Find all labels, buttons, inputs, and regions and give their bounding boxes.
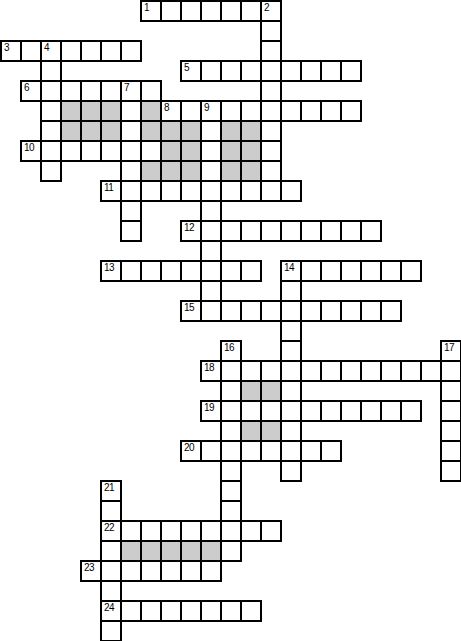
answer-cell[interactable]	[240, 360, 262, 382]
answer-cell[interactable]	[260, 120, 282, 142]
answer-cell[interactable]	[180, 0, 202, 22]
answer-cell[interactable]	[260, 20, 282, 42]
answer-cell[interactable]	[440, 440, 461, 462]
answer-cell[interactable]	[100, 520, 122, 542]
shaded-cell	[120, 540, 142, 562]
shaded-cell	[200, 540, 222, 562]
answer-cell[interactable]	[280, 360, 302, 382]
answer-cell[interactable]	[120, 80, 142, 102]
answer-cell[interactable]	[160, 180, 182, 202]
answer-cell[interactable]	[280, 440, 302, 462]
answer-cell[interactable]	[100, 620, 122, 641]
answer-cell[interactable]	[340, 100, 362, 122]
answer-cell[interactable]	[200, 160, 222, 182]
answer-cell[interactable]	[200, 260, 222, 282]
answer-cell[interactable]	[260, 140, 282, 162]
answer-cell[interactable]	[240, 0, 262, 22]
answer-cell[interactable]	[60, 40, 82, 62]
shaded-cell	[260, 420, 282, 442]
shaded-cell	[160, 140, 182, 162]
answer-cell[interactable]	[120, 180, 142, 202]
answer-cell[interactable]	[400, 360, 422, 382]
answer-cell[interactable]	[380, 300, 402, 322]
answer-cell[interactable]	[120, 120, 142, 142]
answer-cell[interactable]	[320, 220, 342, 242]
answer-cell[interactable]	[280, 220, 302, 242]
shaded-cell	[60, 120, 82, 142]
answer-cell[interactable]	[300, 260, 322, 282]
shaded-cell	[140, 160, 162, 182]
answer-cell[interactable]	[360, 360, 382, 382]
answer-cell[interactable]	[200, 300, 222, 322]
answer-cell[interactable]	[240, 400, 262, 422]
answer-cell[interactable]	[160, 260, 182, 282]
answer-cell[interactable]	[300, 440, 322, 462]
shaded-cell	[240, 380, 262, 402]
answer-cell[interactable]	[160, 560, 182, 582]
answer-cell[interactable]	[240, 440, 262, 462]
shaded-cell	[160, 160, 182, 182]
answer-cell[interactable]	[340, 400, 362, 422]
answer-cell[interactable]	[280, 400, 302, 422]
shaded-cell	[140, 100, 162, 122]
answer-cell[interactable]	[200, 280, 222, 302]
answer-cell[interactable]	[180, 220, 202, 242]
answer-cell[interactable]	[320, 360, 342, 382]
answer-cell[interactable]	[300, 100, 322, 122]
answer-cell[interactable]	[320, 400, 342, 422]
answer-cell[interactable]	[200, 100, 222, 122]
answer-cell[interactable]	[200, 360, 222, 382]
answer-cell[interactable]	[200, 120, 222, 142]
shaded-cell	[240, 420, 262, 442]
answer-cell[interactable]	[220, 380, 242, 402]
answer-cell[interactable]	[120, 520, 142, 542]
answer-cell[interactable]	[200, 0, 222, 22]
shaded-cell	[240, 140, 262, 162]
answer-cell[interactable]	[140, 520, 162, 542]
shaded-cell	[240, 120, 262, 142]
answer-cell[interactable]	[300, 60, 322, 82]
answer-cell[interactable]	[220, 0, 242, 22]
answer-cell[interactable]	[260, 400, 282, 422]
answer-cell[interactable]	[340, 220, 362, 242]
shaded-cell	[100, 100, 122, 122]
answer-cell[interactable]	[180, 600, 202, 622]
answer-cell[interactable]	[160, 600, 182, 622]
answer-cell[interactable]	[140, 560, 162, 582]
answer-cell[interactable]	[360, 300, 382, 322]
shaded-cell	[220, 140, 242, 162]
shaded-cell	[180, 160, 202, 182]
answer-cell[interactable]	[40, 80, 62, 102]
answer-cell[interactable]	[200, 240, 222, 262]
answer-cell[interactable]	[120, 220, 142, 242]
answer-cell[interactable]	[320, 100, 342, 122]
answer-cell[interactable]	[220, 540, 242, 562]
answer-cell[interactable]	[280, 320, 302, 342]
answer-cell[interactable]	[220, 480, 242, 502]
answer-cell[interactable]	[200, 220, 222, 242]
answer-cell[interactable]	[440, 420, 461, 442]
answer-cell[interactable]	[220, 600, 242, 622]
answer-cell[interactable]	[140, 140, 162, 162]
answer-cell[interactable]	[220, 60, 242, 82]
answer-cell[interactable]	[240, 60, 262, 82]
answer-cell[interactable]	[280, 280, 302, 302]
answer-cell[interactable]	[100, 180, 122, 202]
answer-cell[interactable]	[240, 600, 262, 622]
answer-cell[interactable]	[440, 340, 461, 362]
answer-cell[interactable]	[180, 180, 202, 202]
shaded-cell	[160, 120, 182, 142]
answer-cell[interactable]	[260, 360, 282, 382]
answer-cell[interactable]	[120, 40, 142, 62]
answer-cell[interactable]	[0, 40, 22, 62]
answer-cell[interactable]	[80, 560, 102, 582]
answer-cell[interactable]	[20, 40, 42, 62]
answer-cell[interactable]	[120, 560, 142, 582]
answer-cell[interactable]	[120, 160, 142, 182]
answer-cell[interactable]	[60, 80, 82, 102]
answer-cell[interactable]	[100, 40, 122, 62]
answer-cell[interactable]	[360, 400, 382, 422]
answer-cell[interactable]	[180, 440, 202, 462]
shaded-cell	[220, 120, 242, 142]
answer-cell[interactable]	[200, 60, 222, 82]
answer-cell[interactable]	[220, 100, 242, 122]
answer-cell[interactable]	[220, 520, 242, 542]
shaded-cell	[140, 120, 162, 142]
answer-cell[interactable]	[120, 140, 142, 162]
answer-cell[interactable]	[280, 100, 302, 122]
answer-cell[interactable]	[200, 520, 222, 542]
shaded-cell	[60, 100, 82, 122]
answer-cell[interactable]	[380, 260, 402, 282]
answer-cell[interactable]	[440, 400, 461, 422]
answer-cell[interactable]	[220, 360, 242, 382]
shaded-cell	[80, 120, 102, 142]
answer-cell[interactable]	[80, 80, 102, 102]
answer-cell[interactable]	[280, 300, 302, 322]
answer-cell[interactable]	[240, 300, 262, 322]
answer-cell[interactable]	[200, 600, 222, 622]
answer-cell[interactable]	[360, 220, 382, 242]
answer-cell[interactable]	[280, 340, 302, 362]
answer-cell[interactable]	[380, 400, 402, 422]
answer-cell[interactable]	[260, 520, 282, 542]
answer-cell[interactable]	[140, 600, 162, 622]
answer-cell[interactable]	[160, 0, 182, 22]
answer-cell[interactable]	[280, 420, 302, 442]
answer-cell[interactable]	[220, 500, 242, 522]
answer-cell[interactable]	[260, 100, 282, 122]
answer-cell[interactable]	[100, 580, 122, 602]
shaded-cell	[240, 160, 262, 182]
shaded-cell	[260, 380, 282, 402]
answer-cell[interactable]	[420, 360, 442, 382]
answer-cell[interactable]	[80, 40, 102, 62]
answer-cell[interactable]	[120, 260, 142, 282]
answer-cell[interactable]	[320, 260, 342, 282]
answer-cell[interactable]	[280, 180, 302, 202]
answer-cell[interactable]	[200, 440, 222, 462]
answer-cell[interactable]	[280, 260, 302, 282]
answer-cell[interactable]	[400, 400, 422, 422]
answer-cell[interactable]	[240, 260, 262, 282]
answer-cell[interactable]	[40, 40, 62, 62]
answer-cell[interactable]	[440, 360, 461, 382]
answer-cell[interactable]	[160, 520, 182, 542]
answer-cell[interactable]	[220, 440, 242, 462]
shaded-cell	[80, 100, 102, 122]
answer-cell[interactable]	[340, 360, 362, 382]
answer-cell[interactable]	[260, 440, 282, 462]
answer-cell[interactable]	[140, 260, 162, 282]
answer-cell[interactable]	[260, 60, 282, 82]
answer-cell[interactable]	[60, 140, 82, 162]
answer-cell[interactable]	[260, 220, 282, 242]
answer-cell[interactable]	[100, 600, 122, 622]
shaded-cell	[140, 540, 162, 562]
answer-cell[interactable]	[120, 100, 142, 122]
answer-cell[interactable]	[260, 80, 282, 102]
answer-cell[interactable]	[200, 180, 222, 202]
answer-cell[interactable]	[100, 540, 122, 562]
answer-cell[interactable]	[180, 60, 202, 82]
answer-cell[interactable]	[80, 140, 102, 162]
answer-cell[interactable]	[240, 100, 262, 122]
answer-cell[interactable]	[320, 440, 342, 462]
answer-cell[interactable]	[300, 400, 322, 422]
answer-cell[interactable]	[260, 300, 282, 322]
answer-cell[interactable]	[240, 220, 262, 242]
answer-cell[interactable]	[360, 260, 382, 282]
answer-cell[interactable]	[340, 300, 362, 322]
answer-cell[interactable]	[300, 300, 322, 322]
answer-cell[interactable]	[320, 60, 342, 82]
answer-cell[interactable]	[100, 140, 122, 162]
answer-cell[interactable]	[280, 380, 302, 402]
answer-cell[interactable]	[220, 420, 242, 442]
answer-cell[interactable]	[220, 460, 242, 482]
answer-cell[interactable]	[240, 520, 262, 542]
shaded-cell	[180, 140, 202, 162]
answer-cell[interactable]	[200, 200, 222, 222]
answer-cell[interactable]	[220, 220, 242, 242]
answer-cell[interactable]	[140, 80, 162, 102]
answer-cell[interactable]	[280, 60, 302, 82]
answer-cell[interactable]	[180, 520, 202, 542]
answer-cell[interactable]	[340, 260, 362, 282]
answer-cell[interactable]	[260, 180, 282, 202]
answer-cell[interactable]	[180, 260, 202, 282]
answer-cell[interactable]	[280, 460, 302, 482]
answer-cell[interactable]	[380, 360, 402, 382]
answer-cell[interactable]	[180, 560, 202, 582]
answer-cell[interactable]	[440, 380, 461, 402]
answer-cell[interactable]	[260, 0, 282, 22]
answer-cell[interactable]	[300, 360, 322, 382]
crossword-page: 123456789101112131415161718192021222324	[0, 0, 461, 641]
answer-cell[interactable]	[100, 260, 122, 282]
answer-cell[interactable]	[300, 220, 322, 242]
shaded-cell	[100, 120, 122, 142]
shaded-cell	[180, 540, 202, 562]
answer-cell[interactable]	[20, 80, 42, 102]
answer-cell[interactable]	[200, 560, 222, 582]
answer-cell[interactable]	[40, 160, 62, 182]
crossword-board: 123456789101112131415161718192021222324	[0, 0, 461, 641]
answer-cell[interactable]	[260, 160, 282, 182]
answer-cell[interactable]	[320, 300, 342, 322]
answer-cell[interactable]	[340, 60, 362, 82]
answer-cell[interactable]	[400, 260, 422, 282]
answer-cell[interactable]	[40, 100, 62, 122]
answer-cell[interactable]	[220, 260, 242, 282]
answer-cell[interactable]	[140, 180, 162, 202]
answer-cell[interactable]	[100, 500, 122, 522]
answer-cell[interactable]	[120, 200, 142, 222]
answer-cell[interactable]	[40, 140, 62, 162]
answer-cell[interactable]	[40, 120, 62, 142]
answer-cell[interactable]	[140, 0, 162, 22]
answer-cell[interactable]	[100, 560, 122, 582]
shaded-cell	[160, 540, 182, 562]
answer-cell[interactable]	[240, 180, 262, 202]
answer-cell[interactable]	[260, 40, 282, 62]
answer-cell[interactable]	[160, 100, 182, 122]
answer-cell[interactable]	[120, 600, 142, 622]
answer-cell[interactable]	[220, 400, 242, 422]
answer-cell[interactable]	[220, 340, 242, 362]
answer-cell[interactable]	[180, 100, 202, 122]
answer-cell[interactable]	[200, 140, 222, 162]
answer-cell[interactable]	[220, 180, 242, 202]
shaded-cell	[220, 160, 242, 182]
answer-cell[interactable]	[100, 80, 122, 102]
answer-cell[interactable]	[40, 60, 62, 82]
answer-cell[interactable]	[200, 400, 222, 422]
answer-cell[interactable]	[180, 300, 202, 322]
answer-cell[interactable]	[440, 460, 461, 482]
answer-cell[interactable]	[220, 300, 242, 322]
answer-cell[interactable]	[20, 140, 42, 162]
answer-cell[interactable]	[100, 480, 122, 502]
shaded-cell	[180, 120, 202, 142]
